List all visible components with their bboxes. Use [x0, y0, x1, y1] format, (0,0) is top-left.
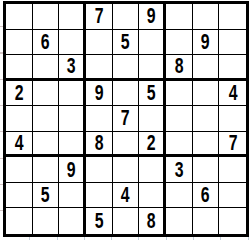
cell-r4c5[interactable] — [113, 81, 140, 107]
cell-r2c3[interactable] — [59, 30, 86, 56]
sudoku-screenshot: 79659382954748279354658 — [0, 0, 252, 240]
given-digit: 4 — [14, 132, 23, 154]
cell-r2c9[interactable] — [219, 30, 246, 56]
given-digit: 9 — [94, 82, 103, 104]
given-digit: 2 — [14, 82, 23, 104]
cell-r3c8[interactable] — [193, 55, 220, 81]
cell-r2c4[interactable] — [86, 30, 113, 56]
cell-r7c1[interactable] — [6, 157, 33, 183]
given-digit: 3 — [67, 55, 76, 77]
given-digit: 6 — [41, 31, 50, 53]
cell-r9c9[interactable] — [219, 208, 246, 234]
cell-r6c1[interactable]: 4 — [6, 132, 33, 158]
cell-r5c6[interactable] — [139, 106, 166, 132]
cell-r7c2[interactable] — [33, 157, 60, 183]
cell-r8c4[interactable] — [86, 183, 113, 209]
cell-r5c4[interactable] — [86, 106, 113, 132]
cell-r7c4[interactable] — [86, 157, 113, 183]
given-digit: 8 — [94, 132, 103, 154]
cell-r9c7[interactable] — [166, 208, 193, 234]
cell-r7c5[interactable] — [113, 157, 140, 183]
cell-r4c6[interactable]: 5 — [139, 81, 166, 107]
given-digit: 8 — [174, 55, 183, 77]
given-digit: 3 — [174, 159, 183, 181]
given-digit: 9 — [67, 159, 76, 181]
cell-r3c4[interactable] — [86, 55, 113, 81]
cell-r6c2[interactable] — [33, 132, 60, 158]
sudoku-board: 79659382954748279354658 — [3, 1, 249, 237]
given-digit: 4 — [228, 82, 237, 104]
cell-r6c4[interactable]: 8 — [86, 132, 113, 158]
cell-r7c3[interactable]: 9 — [59, 157, 86, 183]
cell-r5c5[interactable]: 7 — [113, 106, 140, 132]
cell-r2c7[interactable] — [166, 30, 193, 56]
cell-r2c1[interactable] — [6, 30, 33, 56]
cell-r6c7[interactable] — [166, 132, 193, 158]
cell-r3c5[interactable] — [113, 55, 140, 81]
cell-r5c1[interactable] — [6, 106, 33, 132]
cell-r4c8[interactable] — [193, 81, 220, 107]
given-digit: 5 — [147, 82, 156, 104]
cell-r5c9[interactable] — [219, 106, 246, 132]
given-digit: 4 — [121, 184, 130, 206]
cell-r8c8[interactable]: 6 — [193, 183, 220, 209]
cell-r3c1[interactable] — [6, 55, 33, 81]
cell-r2c6[interactable] — [139, 30, 166, 56]
cell-r1c5[interactable] — [113, 4, 140, 30]
cell-r5c7[interactable] — [166, 106, 193, 132]
cell-r7c8[interactable] — [193, 157, 220, 183]
cell-r7c9[interactable] — [219, 157, 246, 183]
cell-r6c6[interactable]: 2 — [139, 132, 166, 158]
cell-r8c6[interactable] — [139, 183, 166, 209]
cell-r2c8[interactable]: 9 — [193, 30, 220, 56]
cell-r9c3[interactable] — [59, 208, 86, 234]
cell-r1c1[interactable] — [6, 4, 33, 30]
cell-r5c3[interactable] — [59, 106, 86, 132]
cell-r1c2[interactable] — [33, 4, 60, 30]
cell-r8c3[interactable] — [59, 183, 86, 209]
cell-r4c1[interactable]: 2 — [6, 81, 33, 107]
cell-r8c9[interactable] — [219, 183, 246, 209]
cell-r6c8[interactable] — [193, 132, 220, 158]
cell-r8c1[interactable] — [6, 183, 33, 209]
cell-r1c3[interactable] — [59, 4, 86, 30]
cell-r3c2[interactable] — [33, 55, 60, 81]
cell-r6c5[interactable] — [113, 132, 140, 158]
cell-r9c8[interactable] — [193, 208, 220, 234]
given-digit: 9 — [201, 31, 210, 53]
cell-r2c5[interactable]: 5 — [113, 30, 140, 56]
given-digit: 5 — [121, 31, 130, 53]
cell-r7c6[interactable] — [139, 157, 166, 183]
cell-r5c2[interactable] — [33, 106, 60, 132]
cell-r9c6[interactable]: 8 — [139, 208, 166, 234]
given-digit: 7 — [94, 5, 103, 27]
cell-r4c9[interactable]: 4 — [219, 81, 246, 107]
cell-r8c5[interactable]: 4 — [113, 183, 140, 209]
cell-r9c1[interactable] — [6, 208, 33, 234]
given-digit: 8 — [147, 210, 156, 232]
cell-r9c2[interactable] — [33, 208, 60, 234]
cell-r9c4[interactable]: 5 — [86, 208, 113, 234]
given-digit: 5 — [41, 184, 50, 206]
cell-r5c8[interactable] — [193, 106, 220, 132]
given-digit: 2 — [147, 132, 156, 154]
cell-r4c7[interactable] — [166, 81, 193, 107]
cell-r3c7[interactable]: 8 — [166, 55, 193, 81]
cell-r4c2[interactable] — [33, 81, 60, 107]
cell-r6c9[interactable]: 7 — [219, 132, 246, 158]
given-digit: 9 — [147, 5, 156, 27]
cell-r6c3[interactable] — [59, 132, 86, 158]
cell-r1c6[interactable]: 9 — [139, 4, 166, 30]
cell-r8c2[interactable]: 5 — [33, 183, 60, 209]
cell-r7c7[interactable]: 3 — [166, 157, 193, 183]
cell-r1c8[interactable] — [193, 4, 220, 30]
cell-r2c2[interactable]: 6 — [33, 30, 60, 56]
cell-r4c4[interactable]: 9 — [86, 81, 113, 107]
given-digit: 7 — [121, 107, 130, 129]
cell-r4c3[interactable] — [59, 81, 86, 107]
cell-r3c3[interactable]: 3 — [59, 55, 86, 81]
cell-r1c9[interactable] — [219, 4, 246, 30]
cell-r1c4[interactable]: 7 — [86, 4, 113, 30]
cell-r3c6[interactable] — [139, 55, 166, 81]
cell-r3c9[interactable] — [219, 55, 246, 81]
cell-r1c7[interactable] — [166, 4, 193, 30]
given-digit: 5 — [94, 210, 103, 232]
given-digit: 7 — [228, 132, 237, 154]
cell-r8c7[interactable] — [166, 183, 193, 209]
cell-r9c5[interactable] — [113, 208, 140, 234]
given-digit: 6 — [201, 184, 210, 206]
